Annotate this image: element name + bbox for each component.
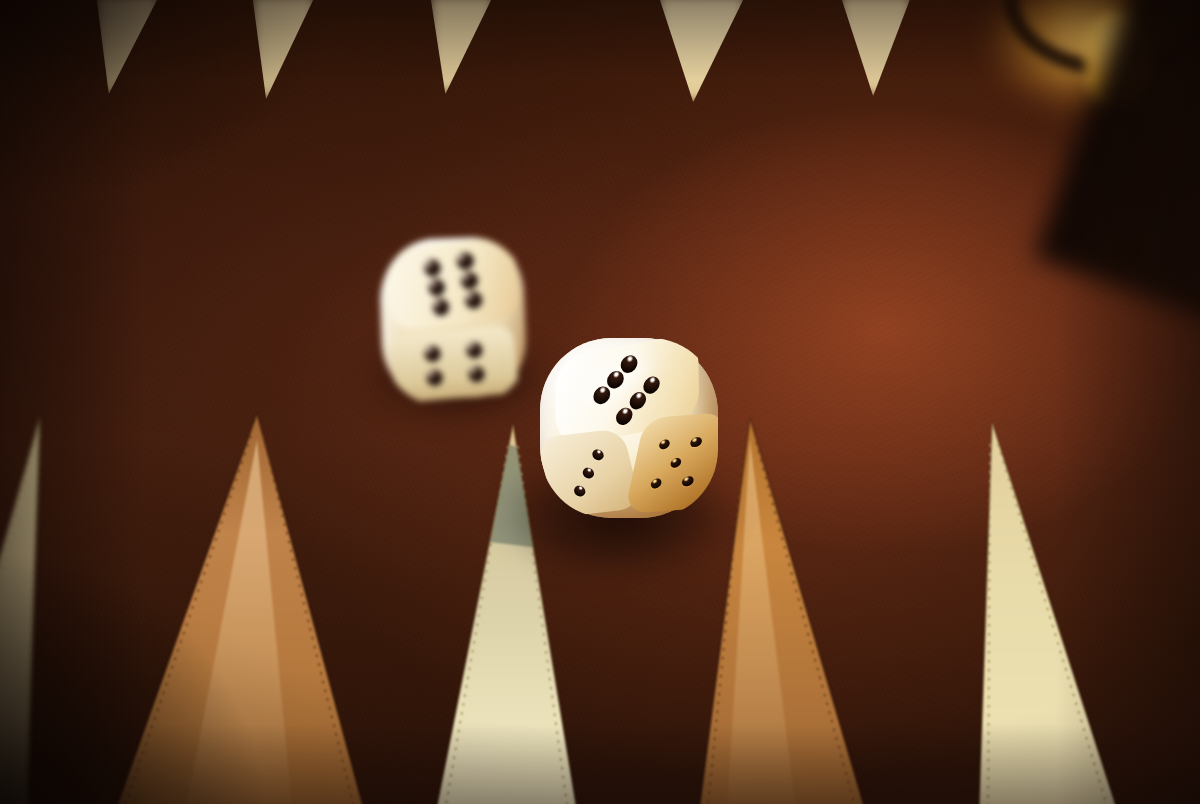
die-pip xyxy=(468,366,485,383)
die-right[interactable] xyxy=(540,338,718,518)
die-pip xyxy=(658,439,671,450)
die-pip xyxy=(591,448,606,461)
die-pip xyxy=(465,341,482,358)
die-pip xyxy=(582,466,597,479)
die-pip xyxy=(650,478,663,489)
die-pip xyxy=(572,484,587,497)
die-pip xyxy=(430,297,450,317)
bottom-point-2-tan xyxy=(60,400,390,804)
backgammon-photo-scene xyxy=(0,0,1200,804)
die-right-silhouette xyxy=(540,338,718,518)
die-left-front-face-4 xyxy=(390,325,519,404)
bottom-point-5-cream xyxy=(960,404,1150,804)
die-pip xyxy=(422,258,442,278)
top-point-4 xyxy=(658,0,746,102)
die-pip xyxy=(463,290,483,310)
die-pip xyxy=(670,458,683,469)
top-point-1 xyxy=(96,0,160,94)
die-pip xyxy=(681,476,694,487)
die-left-top-face-6 xyxy=(383,235,522,332)
die-pip xyxy=(426,278,446,298)
die-pip xyxy=(690,437,703,448)
die-pip xyxy=(459,271,479,291)
top-point-2 xyxy=(252,0,316,99)
die-pip xyxy=(426,370,443,387)
die-left-silhouette xyxy=(378,235,532,406)
top-point-5 xyxy=(840,0,912,96)
die-pip xyxy=(455,251,475,271)
die-left[interactable] xyxy=(378,235,532,406)
top-point-3 xyxy=(430,0,494,94)
die-pip xyxy=(424,345,441,362)
